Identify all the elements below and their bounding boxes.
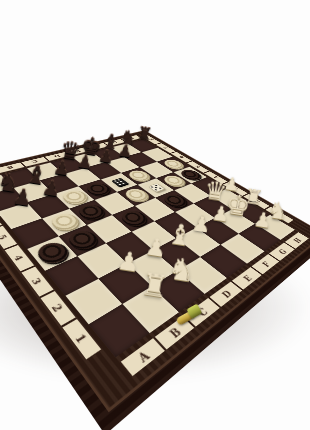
white-rook-glyph: ♜ [126,257,183,314]
die-pip [122,182,125,184]
die-pip [158,187,161,189]
die-pip [154,189,157,191]
product-photo-wooden-chess-set: AABBCCDDEEFFGGHH1122334455667788♛♚♝♞♜♞♝♟… [0,0,310,430]
die-pip [118,184,121,186]
board-3d-wrapper: AABBCCDDEEFFGGHH1122334455667788♛♚♝♞♜♞♝♟… [0,9,310,403]
file-label-near-h: H [284,232,309,249]
black-pawn-glyph: ♟ [0,175,45,220]
rank-label-left-4: 4 [4,244,35,272]
white-pawn-glyph: ♟ [242,199,284,241]
